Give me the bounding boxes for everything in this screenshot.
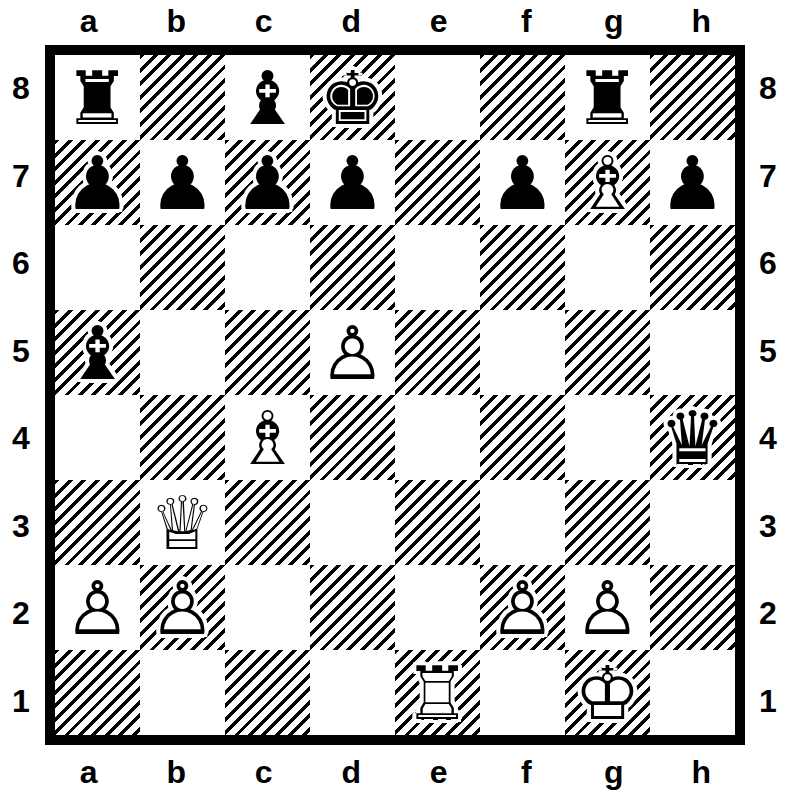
rank-labels-right: 87654321 <box>747 45 789 745</box>
black-queen-piece: ♛ <box>659 401 725 475</box>
square-d7: ♟♟ <box>310 140 395 225</box>
square-d2 <box>310 565 395 650</box>
square-e2 <box>395 565 480 650</box>
square-f6 <box>480 225 565 310</box>
square-c8: ♝♝ <box>225 55 310 140</box>
square-g6 <box>565 225 650 310</box>
file-label-bottom-g: g <box>570 751 658 793</box>
rank-label-left-3: 3 <box>0 483 42 571</box>
file-label-top-g: g <box>570 0 658 42</box>
black-bishop-piece: ♝ <box>64 316 130 390</box>
square-c6 <box>225 225 310 310</box>
square-b5 <box>140 310 225 395</box>
square-g5 <box>565 310 650 395</box>
file-label-top-a: a <box>45 0 133 42</box>
square-f4 <box>480 395 565 480</box>
black-pawn-piece: ♟ <box>149 146 215 220</box>
square-e3 <box>395 480 480 565</box>
square-d5: ♟♙ <box>310 310 395 395</box>
white-king-piece: ♔ <box>574 656 640 730</box>
square-h6 <box>650 225 735 310</box>
square-c5 <box>225 310 310 395</box>
square-a1 <box>55 650 140 735</box>
board: ♜♜♝♝♚♚♜♜♟♟♟♟♟♟♟♟♟♟♝♗♟♟♝♝♟♙♝♗♛♛♛♕♟♙♟♙♟♙♟♙… <box>45 45 745 745</box>
square-f3 <box>480 480 565 565</box>
square-a6 <box>55 225 140 310</box>
rank-label-left-5: 5 <box>0 308 42 396</box>
rank-label-right-8: 8 <box>747 45 789 133</box>
square-f1 <box>480 650 565 735</box>
white-pawn-piece: ♙ <box>64 571 130 645</box>
rank-label-left-7: 7 <box>0 133 42 221</box>
square-c3 <box>225 480 310 565</box>
square-a2: ♟♙ <box>55 565 140 650</box>
black-king-piece: ♚ <box>319 61 385 135</box>
file-labels-top: abcdefgh <box>45 0 745 42</box>
square-b6 <box>140 225 225 310</box>
white-pawn-piece: ♙ <box>149 571 215 645</box>
square-e1: ♜♖ <box>395 650 480 735</box>
square-e7 <box>395 140 480 225</box>
square-e8 <box>395 55 480 140</box>
black-pawn-piece: ♟ <box>319 146 385 220</box>
square-a4 <box>55 395 140 480</box>
file-labels-bottom: abcdefgh <box>45 751 745 793</box>
square-b7: ♟♟ <box>140 140 225 225</box>
square-d8: ♚♚ <box>310 55 395 140</box>
square-c4: ♝♗ <box>225 395 310 480</box>
square-e4 <box>395 395 480 480</box>
white-rook-piece: ♖ <box>404 656 470 730</box>
rank-label-left-1: 1 <box>0 658 42 746</box>
file-label-top-b: b <box>133 0 221 42</box>
square-a5: ♝♝ <box>55 310 140 395</box>
square-a8: ♜♜ <box>55 55 140 140</box>
rank-label-left-2: 2 <box>0 570 42 658</box>
square-g4 <box>565 395 650 480</box>
black-rook-piece: ♜ <box>574 61 640 135</box>
square-h8 <box>650 55 735 140</box>
black-rook-piece: ♜ <box>64 61 130 135</box>
square-c7: ♟♟ <box>225 140 310 225</box>
white-pawn-piece: ♙ <box>489 571 555 645</box>
white-queen-piece: ♕ <box>149 486 215 560</box>
square-f8 <box>480 55 565 140</box>
square-g7: ♝♗ <box>565 140 650 225</box>
file-label-bottom-c: c <box>220 751 308 793</box>
rank-label-right-2: 2 <box>747 570 789 658</box>
square-c2 <box>225 565 310 650</box>
square-d1 <box>310 650 395 735</box>
black-pawn-piece: ♟ <box>64 146 130 220</box>
white-pawn-piece: ♙ <box>574 571 640 645</box>
rank-label-right-1: 1 <box>747 658 789 746</box>
file-label-top-e: e <box>395 0 483 42</box>
chess-diagram: abcdefgh 87654321 ♜♜♝♝♚♚♜♜♟♟♟♟♟♟♟♟♟♟♝♗♟♟… <box>0 0 789 801</box>
file-label-bottom-f: f <box>483 751 571 793</box>
square-g8: ♜♜ <box>565 55 650 140</box>
file-label-bottom-h: h <box>658 751 746 793</box>
file-label-bottom-b: b <box>133 751 221 793</box>
black-pawn-piece: ♟ <box>489 146 555 220</box>
square-b8 <box>140 55 225 140</box>
square-h7: ♟♟ <box>650 140 735 225</box>
white-bishop-piece: ♗ <box>574 146 640 220</box>
square-h4: ♛♛ <box>650 395 735 480</box>
file-label-bottom-e: e <box>395 751 483 793</box>
rank-label-left-8: 8 <box>0 45 42 133</box>
square-b4 <box>140 395 225 480</box>
rank-label-left-6: 6 <box>0 220 42 308</box>
square-g1: ♚♔ <box>565 650 650 735</box>
rank-label-right-5: 5 <box>747 308 789 396</box>
square-b1 <box>140 650 225 735</box>
white-pawn-piece: ♙ <box>319 316 385 390</box>
black-pawn-piece: ♟ <box>659 146 725 220</box>
square-e6 <box>395 225 480 310</box>
square-a7: ♟♟ <box>55 140 140 225</box>
square-h5 <box>650 310 735 395</box>
rank-label-right-7: 7 <box>747 133 789 221</box>
square-c1 <box>225 650 310 735</box>
square-g2: ♟♙ <box>565 565 650 650</box>
file-label-bottom-a: a <box>45 751 133 793</box>
rank-labels-left: 87654321 <box>0 45 42 745</box>
square-g3 <box>565 480 650 565</box>
square-f2: ♟♙ <box>480 565 565 650</box>
square-d4 <box>310 395 395 480</box>
square-d6 <box>310 225 395 310</box>
square-h3 <box>650 480 735 565</box>
black-bishop-piece: ♝ <box>234 61 300 135</box>
square-d3 <box>310 480 395 565</box>
square-b2: ♟♙ <box>140 565 225 650</box>
file-label-top-h: h <box>658 0 746 42</box>
square-h2 <box>650 565 735 650</box>
file-label-bottom-d: d <box>308 751 396 793</box>
file-label-top-f: f <box>483 0 571 42</box>
white-bishop-piece: ♗ <box>234 401 300 475</box>
rank-label-right-3: 3 <box>747 483 789 571</box>
file-label-top-d: d <box>308 0 396 42</box>
file-label-top-c: c <box>220 0 308 42</box>
black-pawn-piece: ♟ <box>234 146 300 220</box>
square-a3 <box>55 480 140 565</box>
rank-label-right-4: 4 <box>747 395 789 483</box>
rank-label-left-4: 4 <box>0 395 42 483</box>
square-f5 <box>480 310 565 395</box>
square-h1 <box>650 650 735 735</box>
rank-label-right-6: 6 <box>747 220 789 308</box>
square-b3: ♛♕ <box>140 480 225 565</box>
square-e5 <box>395 310 480 395</box>
square-f7: ♟♟ <box>480 140 565 225</box>
